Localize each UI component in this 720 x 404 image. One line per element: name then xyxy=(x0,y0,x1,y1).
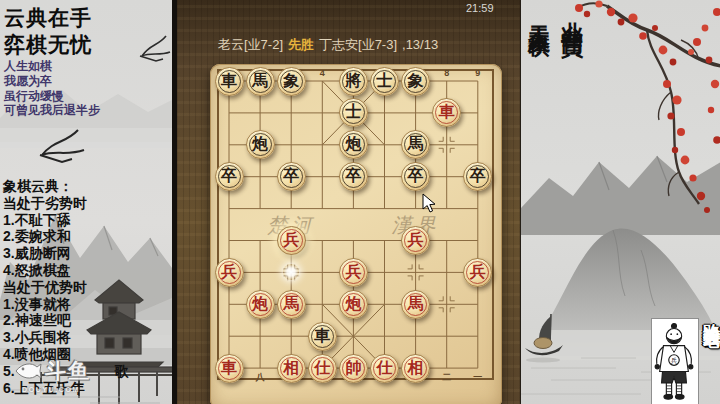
piece-red-soldier[interactable]: 兵 xyxy=(339,258,368,287)
poem-line: 虽行动缓慢 xyxy=(4,89,100,104)
douyu-domain-text: DOUYU.COM xyxy=(22,386,91,393)
streamer-cartoon: 兵 xyxy=(652,319,696,403)
mouse-cursor xyxy=(422,193,436,213)
channel-subtitle-vertical: 业叁守門員 xyxy=(557,4,587,24)
cloud-list-line: 4.怒掀棋盘 xyxy=(3,262,129,279)
file-label-bottom: 八 xyxy=(256,372,265,382)
black-player-name: 丁志安[业7-3] xyxy=(319,37,397,52)
poem-block: 人生如棋我愿为卒虽行动缓慢可曾见我后退半步 xyxy=(4,59,100,118)
file-label-top: 9 xyxy=(475,68,480,78)
match-info-bar: 老云[业7-2]先胜丁志安[业7-3],13/13 xyxy=(218,36,438,54)
piece-red-chariot[interactable]: 車 xyxy=(432,98,461,127)
douyu-fish-icon xyxy=(14,359,42,383)
left-overlay-panel: 云典在手 弈棋无忧 人生如棋我愿为卒虽行动缓慢可曾见我后退半步 象棋云典：当处于… xyxy=(0,0,172,404)
xiangqi-board[interactable]: 楚河漢界 123456789九八七六五四三二一車馬象將士象士車炮炮馬卒卒卒卒卒兵… xyxy=(210,64,502,404)
piece-red-horse[interactable]: 馬 xyxy=(401,290,430,319)
piece-red-elephant[interactable]: 相 xyxy=(277,354,306,383)
piece-red-advisor[interactable]: 仕 xyxy=(308,354,337,383)
crane-icon xyxy=(140,36,170,61)
right-overlay-panel: 天天象棋 业叁守門員 兵 xyxy=(520,0,720,404)
piece-black-general[interactable]: 將 xyxy=(339,67,368,96)
cloud-list-line: 3.威胁断网 xyxy=(3,245,129,262)
piece-black-cannon[interactable]: 炮 xyxy=(246,130,275,159)
cloud-list-line: 1.不耻下舔 xyxy=(3,212,129,229)
slogan-block: 云典在手 弈棋无忧 xyxy=(4,4,92,58)
svg-text:兵: 兵 xyxy=(671,357,678,365)
piece-black-soldier[interactable]: 卒 xyxy=(339,162,368,191)
piece-black-horse[interactable]: 馬 xyxy=(401,130,430,159)
piece-black-soldier[interactable]: 卒 xyxy=(463,162,492,191)
cloud-list-line: 1.没事就将 xyxy=(3,296,129,313)
piece-black-cannon[interactable]: 炮 xyxy=(339,130,368,159)
slogan-line: 弈棋无忧 xyxy=(4,31,92,58)
piece-red-soldier[interactable]: 兵 xyxy=(401,226,430,255)
cloud-list-line: 3.小兵围将 xyxy=(3,329,129,346)
poem-line: 人生如棋 xyxy=(4,59,100,74)
poem-line: 我愿为卒 xyxy=(4,74,100,89)
piece-black-chariot[interactable]: 車 xyxy=(215,67,244,96)
clock: 21:59 xyxy=(466,2,494,14)
piece-red-soldier[interactable]: 兵 xyxy=(215,258,244,287)
cloud-list-line: 2.神速些吧 xyxy=(3,312,129,329)
slogan-line: 云典在手 xyxy=(4,4,92,31)
piece-black-soldier[interactable]: 卒 xyxy=(277,162,306,191)
douyu-watermark: 斗鱼 DOUYU.COM xyxy=(14,357,91,393)
red-player-name: 老云[业7-2] xyxy=(218,37,283,52)
piece-black-elephant[interactable]: 象 xyxy=(277,67,306,96)
stream-screen: 云典在手 弈棋无忧 人生如棋我愿为卒虽行动缓慢可曾见我后退半步 象棋云典：当处于… xyxy=(0,0,720,404)
piece-red-cannon[interactable]: 炮 xyxy=(339,290,368,319)
piece-red-chariot[interactable]: 車 xyxy=(215,354,244,383)
file-label-bottom: 一 xyxy=(473,372,482,382)
cloud-list-line: 象棋云典： xyxy=(3,178,129,195)
game-panel: 21:59 老云[业7-2]先胜丁志安[业7-3],13/13 楚河漢界 123… xyxy=(172,0,520,404)
cloud-list-line: 当处于优势时 xyxy=(3,279,129,296)
douyu-brand-text: 斗鱼 xyxy=(45,357,91,385)
move-counter: ,13/13 xyxy=(402,37,438,52)
piece-black-elephant[interactable]: 象 xyxy=(401,67,430,96)
piece-red-soldier[interactable]: 兵 xyxy=(463,258,492,287)
file-label-top: 8 xyxy=(444,68,449,78)
streamer-logo-card: 兵 xyxy=(651,318,699,404)
piece-black-chariot[interactable]: 車 xyxy=(308,322,337,351)
file-label-bottom: 二 xyxy=(442,372,451,382)
channel-title-vertical: 天天象棋 xyxy=(524,8,554,20)
poem-line: 可曾见我后退半步 xyxy=(4,103,100,118)
piece-black-advisor[interactable]: 士 xyxy=(339,98,368,127)
piece-black-soldier[interactable]: 卒 xyxy=(401,162,430,191)
piece-black-advisor[interactable]: 士 xyxy=(370,67,399,96)
cloud-list-line: 当处于劣势时 xyxy=(3,195,129,212)
piece-red-general[interactable]: 帥 xyxy=(339,354,368,383)
streamer-name-vertical: 路边摊老云 xyxy=(700,309,720,319)
piece-red-advisor[interactable]: 仕 xyxy=(370,354,399,383)
cloud-list-line: 2.委婉求和 xyxy=(3,228,129,245)
match-result: 先胜 xyxy=(288,37,314,52)
piece-black-horse[interactable]: 馬 xyxy=(246,67,275,96)
file-label-top: 4 xyxy=(320,68,325,78)
piece-red-soldier[interactable]: 兵 xyxy=(277,226,306,255)
piece-red-cannon[interactable]: 炮 xyxy=(246,290,275,319)
piece-red-elephant[interactable]: 相 xyxy=(401,354,430,383)
piece-red-horse[interactable]: 馬 xyxy=(277,290,306,319)
piece-black-soldier[interactable]: 卒 xyxy=(215,162,244,191)
